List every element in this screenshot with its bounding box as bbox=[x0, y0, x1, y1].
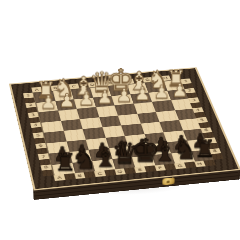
brass-clasp-icon bbox=[162, 177, 174, 185]
board-face: ABCDEFGH 12345678 ♜♞♝♛♚♝♞♜♟♟♟♟♟♟♟♟♟♟♟♟♟♟… bbox=[9, 67, 240, 190]
coordinate-label: 3 bbox=[28, 112, 39, 118]
piece-white-pawn: ♟ bbox=[29, 93, 66, 112]
square-a3 bbox=[39, 111, 61, 123]
square-a2: ♟ bbox=[36, 101, 58, 113]
coordinate-label: A bbox=[54, 174, 66, 181]
square-a8: ♜ bbox=[52, 163, 75, 176]
board-squares: ♜♞♝♛♚♝♞♜♟♟♟♟♟♟♟♟♟♟♟♟♟♟♟♟♜♞♝♛♚♝♞♜ bbox=[33, 79, 214, 175]
piece-black-rook: ♜ bbox=[45, 151, 85, 175]
product-photo: ABCDEFGH 12345678 ♜♞♝♛♚♝♞♜♟♟♟♟♟♟♟♟♟♟♟♟♟♟… bbox=[0, 0, 240, 240]
square-d4 bbox=[99, 115, 121, 127]
scene: ABCDEFGH 12345678 ♜♞♝♛♚♝♞♜♟♟♟♟♟♟♟♟♟♟♟♟♟♟… bbox=[20, 25, 220, 225]
ring-square bbox=[31, 127, 42, 133]
chess-board: ABCDEFGH 12345678 ♜♞♝♛♚♝♞♜♟♟♟♟♟♟♟♟♟♟♟♟♟♟… bbox=[9, 67, 240, 190]
board-frame: ABCDEFGH 12345678 ♜♞♝♛♚♝♞♜♟♟♟♟♟♟♟♟♟♟♟♟♟♟… bbox=[22, 74, 226, 182]
